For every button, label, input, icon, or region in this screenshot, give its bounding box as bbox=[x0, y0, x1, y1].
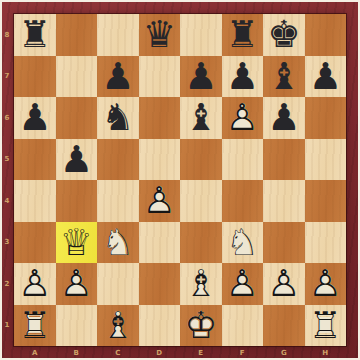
pawn-glyph-outline: ♙ bbox=[263, 263, 305, 305]
king-glyph-fill: ♚ bbox=[263, 14, 305, 56]
knight-glyph-fill: ♞ bbox=[97, 97, 139, 139]
square-e7[interactable]: ♟ bbox=[180, 56, 222, 98]
square-f2[interactable]: ♟♙ bbox=[222, 263, 264, 305]
black-pawn[interactable]: ♟ bbox=[56, 139, 98, 181]
pawn-glyph-fill: ♟ bbox=[56, 139, 98, 181]
queen-glyph-outline: ♕ bbox=[56, 222, 98, 264]
black-pawn[interactable]: ♟ bbox=[14, 97, 56, 139]
pawn-glyph-outline: ♙ bbox=[139, 180, 181, 222]
square-a4[interactable] bbox=[14, 180, 56, 222]
white-knight[interactable]: ♞♘ bbox=[97, 222, 139, 264]
black-queen[interactable]: ♛ bbox=[139, 14, 181, 56]
square-f1[interactable] bbox=[222, 305, 264, 347]
file-label-g: G bbox=[263, 347, 305, 359]
square-b3[interactable]: ♛♕ bbox=[56, 222, 98, 264]
square-f3[interactable]: ♞♘ bbox=[222, 222, 264, 264]
square-g1[interactable] bbox=[263, 305, 305, 347]
rook-glyph-outline: ♖ bbox=[305, 305, 347, 347]
square-e2[interactable]: ♝♗ bbox=[180, 263, 222, 305]
pawn-glyph-outline: ♙ bbox=[222, 263, 264, 305]
square-c5[interactable] bbox=[97, 139, 139, 181]
square-g8[interactable]: ♚ bbox=[263, 14, 305, 56]
file-label-f: F bbox=[222, 347, 264, 359]
square-c8[interactable] bbox=[97, 14, 139, 56]
white-king[interactable]: ♚♔ bbox=[180, 305, 222, 347]
white-knight[interactable]: ♞♘ bbox=[222, 222, 264, 264]
square-a5[interactable] bbox=[14, 139, 56, 181]
chess-board: ♜♛♜♚♟♟♟♝♟♟♞♝♟♙♟♟♟♙♛♕♞♘♞♘♟♙♟♙♝♗♟♙♟♙♟♙♜♖♝♗… bbox=[14, 14, 346, 346]
square-c6[interactable]: ♞ bbox=[97, 97, 139, 139]
pawn-glyph-outline: ♙ bbox=[222, 97, 264, 139]
rook-glyph-fill: ♜ bbox=[14, 14, 56, 56]
pawn-glyph-fill: ♟ bbox=[180, 56, 222, 98]
black-pawn[interactable]: ♟ bbox=[305, 56, 347, 98]
square-e4[interactable] bbox=[180, 180, 222, 222]
square-h7[interactable]: ♟ bbox=[305, 56, 347, 98]
square-d1[interactable] bbox=[139, 305, 181, 347]
white-queen[interactable]: ♛♕ bbox=[56, 222, 98, 264]
file-label-d: D bbox=[139, 347, 181, 359]
pawn-glyph-outline: ♙ bbox=[56, 263, 98, 305]
square-c1[interactable]: ♝♗ bbox=[97, 305, 139, 347]
square-d8[interactable]: ♛ bbox=[139, 14, 181, 56]
square-b8[interactable] bbox=[56, 14, 98, 56]
rank-label-1: 1 bbox=[1, 321, 13, 329]
square-a6[interactable]: ♟ bbox=[14, 97, 56, 139]
black-pawn[interactable]: ♟ bbox=[263, 97, 305, 139]
square-b4[interactable] bbox=[56, 180, 98, 222]
white-pawn[interactable]: ♟♙ bbox=[263, 263, 305, 305]
square-c3[interactable]: ♞♘ bbox=[97, 222, 139, 264]
bishop-glyph-outline: ♗ bbox=[97, 305, 139, 347]
square-b7[interactable] bbox=[56, 56, 98, 98]
square-a8[interactable]: ♜ bbox=[14, 14, 56, 56]
pawn-glyph-fill: ♟ bbox=[222, 56, 264, 98]
square-h4[interactable] bbox=[305, 180, 347, 222]
white-pawn[interactable]: ♟♙ bbox=[139, 180, 181, 222]
square-f5[interactable] bbox=[222, 139, 264, 181]
white-pawn[interactable]: ♟♙ bbox=[222, 97, 264, 139]
white-pawn[interactable]: ♟♙ bbox=[56, 263, 98, 305]
queen-glyph-fill: ♛ bbox=[139, 14, 181, 56]
square-f4[interactable] bbox=[222, 180, 264, 222]
file-label-b: B bbox=[56, 347, 98, 359]
square-f7[interactable]: ♟ bbox=[222, 56, 264, 98]
black-rook[interactable]: ♜ bbox=[14, 14, 56, 56]
square-g5[interactable] bbox=[263, 139, 305, 181]
bishop-glyph-outline: ♗ bbox=[180, 263, 222, 305]
square-c4[interactable] bbox=[97, 180, 139, 222]
rook-glyph-fill: ♜ bbox=[222, 14, 264, 56]
square-g3[interactable] bbox=[263, 222, 305, 264]
king-glyph-outline: ♔ bbox=[180, 305, 222, 347]
white-pawn[interactable]: ♟♙ bbox=[222, 263, 264, 305]
pawn-glyph-fill: ♟ bbox=[97, 56, 139, 98]
square-a1[interactable]: ♜♖ bbox=[14, 305, 56, 347]
square-a7[interactable] bbox=[14, 56, 56, 98]
square-b2[interactable]: ♟♙ bbox=[56, 263, 98, 305]
pawn-glyph-outline: ♙ bbox=[305, 263, 347, 305]
file-label-c: C bbox=[97, 347, 139, 359]
pawn-glyph-fill: ♟ bbox=[14, 97, 56, 139]
black-pawn[interactable]: ♟ bbox=[180, 56, 222, 98]
file-label-a: A bbox=[14, 347, 56, 359]
black-rook[interactable]: ♜ bbox=[222, 14, 264, 56]
square-h2[interactable]: ♟♙ bbox=[305, 263, 347, 305]
square-e1[interactable]: ♚♔ bbox=[180, 305, 222, 347]
square-d3[interactable] bbox=[139, 222, 181, 264]
square-a2[interactable]: ♟♙ bbox=[14, 263, 56, 305]
square-e8[interactable] bbox=[180, 14, 222, 56]
square-b1[interactable] bbox=[56, 305, 98, 347]
file-label-h: H bbox=[305, 347, 347, 359]
black-king[interactable]: ♚ bbox=[263, 14, 305, 56]
square-a3[interactable] bbox=[14, 222, 56, 264]
black-knight[interactable]: ♞ bbox=[97, 97, 139, 139]
square-d5[interactable] bbox=[139, 139, 181, 181]
square-f6[interactable]: ♟♙ bbox=[222, 97, 264, 139]
rank-label-5: 5 bbox=[1, 155, 13, 163]
black-bishop[interactable]: ♝ bbox=[263, 56, 305, 98]
knight-glyph-outline: ♘ bbox=[97, 222, 139, 264]
knight-glyph-outline: ♘ bbox=[222, 222, 264, 264]
black-pawn[interactable]: ♟ bbox=[97, 56, 139, 98]
white-rook[interactable]: ♜♖ bbox=[305, 305, 347, 347]
rook-glyph-outline: ♖ bbox=[14, 305, 56, 347]
rank-label-2: 2 bbox=[1, 280, 13, 288]
file-label-e: E bbox=[180, 347, 222, 359]
square-b5[interactable]: ♟ bbox=[56, 139, 98, 181]
white-rook[interactable]: ♜♖ bbox=[14, 305, 56, 347]
square-f8[interactable]: ♜ bbox=[222, 14, 264, 56]
square-d2[interactable] bbox=[139, 263, 181, 305]
rank-label-3: 3 bbox=[1, 238, 13, 246]
square-b6[interactable] bbox=[56, 97, 98, 139]
square-g4[interactable] bbox=[263, 180, 305, 222]
black-pawn[interactable]: ♟ bbox=[222, 56, 264, 98]
white-bishop[interactable]: ♝♗ bbox=[97, 305, 139, 347]
square-h1[interactable]: ♜♖ bbox=[305, 305, 347, 347]
square-g7[interactable]: ♝ bbox=[263, 56, 305, 98]
square-e6[interactable]: ♝ bbox=[180, 97, 222, 139]
black-bishop[interactable]: ♝ bbox=[180, 97, 222, 139]
bishop-glyph-fill: ♝ bbox=[180, 97, 222, 139]
rank-label-7: 7 bbox=[1, 72, 13, 80]
white-pawn[interactable]: ♟♙ bbox=[14, 263, 56, 305]
square-c7[interactable]: ♟ bbox=[97, 56, 139, 98]
pawn-glyph-fill: ♟ bbox=[263, 97, 305, 139]
square-g6[interactable]: ♟ bbox=[263, 97, 305, 139]
square-e3[interactable] bbox=[180, 222, 222, 264]
white-pawn[interactable]: ♟♙ bbox=[305, 263, 347, 305]
white-bishop[interactable]: ♝♗ bbox=[180, 263, 222, 305]
rank-label-6: 6 bbox=[1, 114, 13, 122]
square-h8[interactable] bbox=[305, 14, 347, 56]
square-d6[interactable] bbox=[139, 97, 181, 139]
rank-label-4: 4 bbox=[1, 197, 13, 205]
square-g2[interactable]: ♟♙ bbox=[263, 263, 305, 305]
pawn-glyph-outline: ♙ bbox=[14, 263, 56, 305]
square-c2[interactable] bbox=[97, 263, 139, 305]
rank-label-8: 8 bbox=[1, 31, 13, 39]
square-h3[interactable] bbox=[305, 222, 347, 264]
square-h6[interactable] bbox=[305, 97, 347, 139]
square-e5[interactable] bbox=[180, 139, 222, 181]
board-frame: ♜♛♜♚♟♟♟♝♟♟♞♝♟♙♟♟♟♙♛♕♞♘♞♘♟♙♟♙♝♗♟♙♟♙♟♙♜♖♝♗… bbox=[0, 0, 360, 360]
square-d4[interactable]: ♟♙ bbox=[139, 180, 181, 222]
bishop-glyph-fill: ♝ bbox=[263, 56, 305, 98]
square-d7[interactable] bbox=[139, 56, 181, 98]
square-h5[interactable] bbox=[305, 139, 347, 181]
pawn-glyph-fill: ♟ bbox=[305, 56, 347, 98]
